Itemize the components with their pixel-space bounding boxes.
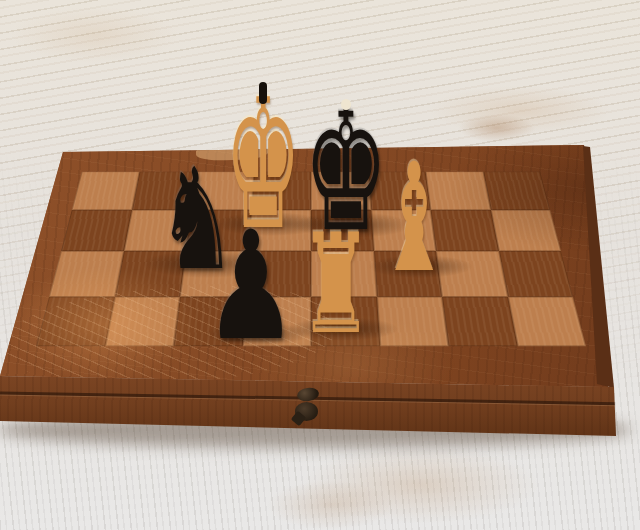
pieces-layer: ♞♚♚♝♟♜ — [0, 0, 640, 530]
black-king-finial — [341, 99, 351, 110]
piece-black-pawn[interactable]: ♟ — [199, 211, 303, 361]
piece-white-rook[interactable]: ♜ — [295, 216, 376, 354]
piece-white-bishop[interactable]: ♝ — [374, 143, 455, 293]
white-king-finial — [259, 82, 267, 104]
